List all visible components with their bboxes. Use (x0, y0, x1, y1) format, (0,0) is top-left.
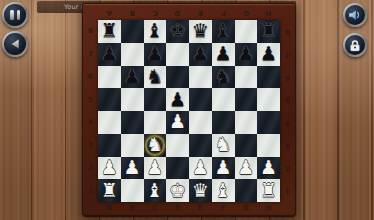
square-a6[interactable] (98, 66, 121, 89)
file-label-a: A (98, 202, 121, 214)
square-c1[interactable]: ♝ (144, 179, 167, 202)
board: ♜♝♚♛♝♜♟♟♟♟♟♟♟♞♞♟♟♞♞♟♟♟♟♟♟♟♜♝♚♛♝♜ (98, 20, 280, 202)
piece-bb: ♝ (146, 21, 163, 41)
piece-wk: ♚ (169, 181, 186, 201)
chess-board-frame: ABCDEFGH ABCDEFGH 87654321 87654321 ♜♝♚♛… (82, 3, 296, 217)
square-a1[interactable]: ♜ (98, 179, 121, 202)
piece-wb: ♝ (146, 181, 163, 201)
piece-wq: ♛ (192, 181, 209, 201)
back-arrow-icon (4, 33, 26, 55)
piece-wp: ♟ (169, 112, 186, 132)
chess-app-screen: Your move... (0, 0, 374, 220)
square-b6[interactable]: ♟ (121, 66, 144, 89)
square-h1[interactable]: ♜ (257, 179, 280, 202)
rank-label-1: 1 (280, 179, 295, 202)
file-labels-top: ABCDEFGH (98, 7, 280, 19)
piece-wr: ♜ (260, 181, 277, 201)
square-d1[interactable]: ♚ (166, 179, 189, 202)
piece-wr: ♜ (101, 181, 118, 201)
square-c8[interactable]: ♝ (144, 20, 167, 43)
square-b5[interactable] (121, 88, 144, 111)
square-h8[interactable]: ♜ (257, 20, 280, 43)
piece-bp: ♟ (169, 90, 186, 110)
piece-wp: ♟ (101, 158, 118, 178)
square-b8[interactable] (121, 20, 144, 43)
square-f1[interactable]: ♝ (212, 179, 235, 202)
speaker-icon (345, 5, 365, 25)
square-e1[interactable]: ♛ (189, 179, 212, 202)
square-d8[interactable]: ♚ (166, 20, 189, 43)
square-a2[interactable]: ♟ (98, 157, 121, 180)
volume-button[interactable] (343, 3, 367, 27)
rank-label-4: 4 (83, 111, 98, 134)
square-h6[interactable] (257, 66, 280, 89)
square-c2[interactable]: ♟ (144, 157, 167, 180)
square-g3[interactable] (235, 134, 258, 157)
square-a4[interactable] (98, 111, 121, 134)
lock-icon (345, 35, 365, 55)
piece-br: ♜ (101, 21, 118, 41)
file-label-c: C (144, 7, 167, 19)
file-label-h: H (257, 202, 280, 214)
piece-bp: ♟ (237, 44, 254, 64)
file-label-d: D (166, 7, 189, 19)
square-c5[interactable] (144, 88, 167, 111)
square-c7[interactable]: ♟ (144, 43, 167, 66)
piece-bp: ♟ (101, 44, 118, 64)
rank-label-3: 3 (280, 134, 295, 157)
square-b3[interactable] (121, 134, 144, 157)
square-f6[interactable]: ♞ (212, 66, 235, 89)
square-e6[interactable] (189, 66, 212, 89)
piece-bp: ♟ (192, 44, 209, 64)
rank-label-6: 6 (83, 66, 98, 89)
rank-label-1: 1 (83, 179, 98, 202)
piece-bk: ♚ (169, 21, 186, 41)
rank-label-5: 5 (83, 88, 98, 111)
file-label-h: H (257, 7, 280, 19)
square-f4[interactable] (212, 111, 235, 134)
square-h4[interactable] (257, 111, 280, 134)
piece-wb: ♝ (215, 181, 232, 201)
square-g6[interactable] (235, 66, 258, 89)
square-c4[interactable] (144, 111, 167, 134)
rank-label-8: 8 (83, 20, 98, 43)
file-label-a: A (98, 7, 121, 19)
piece-wp: ♟ (260, 158, 277, 178)
rank-label-8: 8 (280, 20, 295, 43)
square-g1[interactable] (235, 179, 258, 202)
square-f3[interactable]: ♞ (212, 134, 235, 157)
square-d6[interactable] (166, 66, 189, 89)
square-d5[interactable]: ♟ (166, 88, 189, 111)
square-e7[interactable]: ♟ (189, 43, 212, 66)
piece-br: ♜ (260, 21, 277, 41)
back-button[interactable] (2, 31, 28, 57)
square-h7[interactable]: ♟ (257, 43, 280, 66)
rank-label-7: 7 (83, 43, 98, 66)
square-g2[interactable]: ♟ (235, 157, 258, 180)
piece-wp: ♟ (237, 158, 254, 178)
square-a5[interactable] (98, 88, 121, 111)
file-label-f: F (212, 7, 235, 19)
file-label-b: B (121, 7, 144, 19)
rank-label-2: 2 (280, 157, 295, 180)
square-e3[interactable] (189, 134, 212, 157)
piece-wn: ♞ (146, 135, 163, 155)
pause-icon (4, 4, 26, 26)
file-label-b: B (121, 202, 144, 214)
lock-button[interactable] (343, 33, 367, 57)
square-h3[interactable] (257, 134, 280, 157)
piece-bb: ♝ (215, 21, 232, 41)
square-a7[interactable]: ♟ (98, 43, 121, 66)
square-g8[interactable] (235, 20, 258, 43)
rank-labels-right: 87654321 (280, 20, 295, 202)
file-label-e: E (189, 7, 212, 19)
piece-wp: ♟ (124, 158, 141, 178)
square-d7[interactable] (166, 43, 189, 66)
piece-bn: ♞ (215, 67, 232, 87)
rank-label-4: 4 (280, 111, 295, 134)
square-e8[interactable]: ♛ (189, 20, 212, 43)
square-g7[interactable]: ♟ (235, 43, 258, 66)
square-c3[interactable]: ♞ (144, 134, 167, 157)
square-f2[interactable]: ♟ (212, 157, 235, 180)
file-label-e: E (189, 202, 212, 214)
file-labels-bottom: ABCDEFGH (98, 202, 280, 214)
piece-bp: ♟ (146, 44, 163, 64)
piece-wp: ♟ (215, 158, 232, 178)
square-h2[interactable]: ♟ (257, 157, 280, 180)
square-b2[interactable]: ♟ (121, 157, 144, 180)
file-label-f: F (212, 202, 235, 214)
piece-wp: ♟ (192, 158, 209, 178)
square-d2[interactable] (166, 157, 189, 180)
rank-label-5: 5 (280, 88, 295, 111)
file-label-g: G (235, 202, 258, 214)
rank-label-3: 3 (83, 134, 98, 157)
square-b7[interactable] (121, 43, 144, 66)
rank-label-6: 6 (280, 66, 295, 89)
piece-bn: ♞ (146, 67, 163, 87)
rank-label-2: 2 (83, 157, 98, 180)
square-g4[interactable] (235, 111, 258, 134)
piece-wn: ♞ (215, 135, 232, 155)
rank-labels-left: 87654321 (83, 20, 98, 202)
file-label-d: D (166, 202, 189, 214)
file-label-g: G (235, 7, 258, 19)
square-d4[interactable]: ♟ (166, 111, 189, 134)
square-b4[interactable] (121, 111, 144, 134)
piece-bp: ♟ (215, 44, 232, 64)
square-g5[interactable] (235, 88, 258, 111)
square-e5[interactable] (189, 88, 212, 111)
square-a3[interactable] (98, 134, 121, 157)
piece-bq: ♛ (192, 21, 209, 41)
rank-label-7: 7 (280, 43, 295, 66)
square-c6[interactable]: ♞ (144, 66, 167, 89)
square-f8[interactable]: ♝ (212, 20, 235, 43)
square-a8[interactable]: ♜ (98, 20, 121, 43)
square-b1[interactable] (121, 179, 144, 202)
square-d3[interactable] (166, 134, 189, 157)
file-label-c: C (144, 202, 167, 214)
piece-wp: ♟ (146, 158, 163, 178)
square-h5[interactable] (257, 88, 280, 111)
piece-bp: ♟ (260, 44, 277, 64)
piece-bp: ♟ (124, 67, 141, 87)
square-e2[interactable]: ♟ (189, 157, 212, 180)
square-f5[interactable] (212, 88, 235, 111)
pause-button[interactable] (2, 2, 28, 28)
square-e4[interactable] (189, 111, 212, 134)
square-f7[interactable]: ♟ (212, 43, 235, 66)
